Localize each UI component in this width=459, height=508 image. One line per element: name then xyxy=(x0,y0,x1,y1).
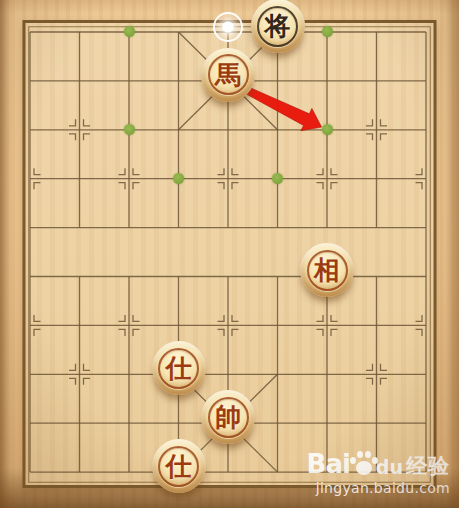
piece-red-elephant[interactable]: 相 xyxy=(300,243,354,297)
piece-ring: 相 xyxy=(307,250,348,291)
piece-ring: 帥 xyxy=(208,397,249,438)
piece-glyph: 相 xyxy=(314,257,340,283)
piece-red-advisor-2[interactable]: 仕 xyxy=(152,439,206,493)
move-hint-dot[interactable] xyxy=(124,26,135,37)
piece-red-horse[interactable]: 馬 xyxy=(201,48,255,102)
piece-ring: 馬 xyxy=(208,54,249,95)
piece-ring: 仕 xyxy=(158,348,199,389)
piece-glyph: 帥 xyxy=(215,404,241,430)
piece-red-general[interactable]: 帥 xyxy=(201,390,255,444)
piece-glyph: 馬 xyxy=(215,62,241,88)
move-hint-dot[interactable] xyxy=(322,124,333,135)
piece-glyph: 将 xyxy=(265,13,291,39)
piece-ring: 将 xyxy=(257,6,298,47)
move-hint-dot[interactable] xyxy=(124,124,135,135)
piece-red-advisor-1[interactable]: 仕 xyxy=(152,341,206,395)
board-grid[interactable]: 将馬相仕帥仕 xyxy=(5,8,451,497)
piece-glyph: 仕 xyxy=(166,355,192,381)
piece-glyph: 仕 xyxy=(166,453,192,479)
xiangqi-board-screen: 将馬相仕帥仕 Bai du 经验 jingyan.baidu.com xyxy=(0,0,459,508)
piece-black-general[interactable]: 将 xyxy=(251,0,305,53)
move-hint-dot[interactable] xyxy=(173,173,184,184)
move-hint-dot[interactable] xyxy=(272,173,283,184)
last-move-marker xyxy=(213,12,243,42)
piece-ring: 仕 xyxy=(158,446,199,487)
move-hint-dot[interactable] xyxy=(322,26,333,37)
